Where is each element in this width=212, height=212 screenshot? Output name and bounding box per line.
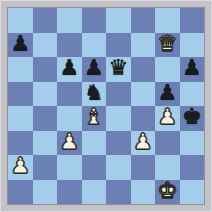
square-f4[interactable] bbox=[131, 106, 156, 131]
square-f6[interactable] bbox=[131, 57, 156, 82]
square-c8[interactable] bbox=[57, 8, 82, 33]
square-f3[interactable]: ♟ bbox=[131, 131, 156, 156]
square-e6[interactable]: ♛ bbox=[106, 57, 131, 82]
piece-black-pawn-a7[interactable]: ♟ bbox=[10, 33, 30, 55]
square-g2[interactable] bbox=[155, 155, 180, 180]
square-c6[interactable]: ♟ bbox=[57, 57, 82, 82]
square-b5[interactable] bbox=[33, 82, 58, 107]
piece-black-queen-e6[interactable]: ♛ bbox=[108, 57, 128, 79]
square-h7[interactable] bbox=[180, 33, 205, 58]
square-d4[interactable]: ♝ bbox=[82, 106, 107, 131]
square-f8[interactable] bbox=[131, 8, 156, 33]
square-h5[interactable] bbox=[180, 82, 205, 107]
piece-white-pawn-f3[interactable]: ♟ bbox=[133, 131, 153, 153]
square-d3[interactable] bbox=[82, 131, 107, 156]
piece-white-pawn-g4[interactable]: ♟ bbox=[157, 106, 177, 128]
square-f2[interactable] bbox=[131, 155, 156, 180]
square-f5[interactable] bbox=[131, 82, 156, 107]
square-g7[interactable]: ♛ bbox=[155, 33, 180, 58]
square-e1[interactable] bbox=[106, 180, 131, 205]
board-frame: ♟♛♟♟♛♟♞♟♝♟♚♟♟♟♚ bbox=[0, 0, 212, 212]
square-d2[interactable] bbox=[82, 155, 107, 180]
square-b7[interactable] bbox=[33, 33, 58, 58]
square-b1[interactable] bbox=[33, 180, 58, 205]
square-a2[interactable]: ♟ bbox=[8, 155, 33, 180]
square-c4[interactable] bbox=[57, 106, 82, 131]
square-h8[interactable] bbox=[180, 8, 205, 33]
square-e2[interactable] bbox=[106, 155, 131, 180]
square-g4[interactable]: ♟ bbox=[155, 106, 180, 131]
piece-black-pawn-h6[interactable]: ♟ bbox=[182, 57, 202, 79]
piece-white-pawn-a2[interactable]: ♟ bbox=[10, 155, 30, 177]
square-e4[interactable] bbox=[106, 106, 131, 131]
square-h6[interactable]: ♟ bbox=[180, 57, 205, 82]
square-h3[interactable] bbox=[180, 131, 205, 156]
square-g5[interactable]: ♟ bbox=[155, 82, 180, 107]
square-b3[interactable] bbox=[33, 131, 58, 156]
square-h2[interactable] bbox=[180, 155, 205, 180]
square-d7[interactable] bbox=[82, 33, 107, 58]
square-e5[interactable] bbox=[106, 82, 131, 107]
piece-white-pawn-c3[interactable]: ♟ bbox=[59, 131, 79, 153]
square-g3[interactable] bbox=[155, 131, 180, 156]
square-g6[interactable] bbox=[155, 57, 180, 82]
square-b6[interactable] bbox=[33, 57, 58, 82]
piece-white-queen-g7[interactable]: ♛ bbox=[157, 33, 177, 55]
square-g8[interactable] bbox=[155, 8, 180, 33]
square-c7[interactable] bbox=[57, 33, 82, 58]
square-d5[interactable]: ♞ bbox=[82, 82, 107, 107]
piece-black-pawn-c6[interactable]: ♟ bbox=[59, 57, 79, 79]
square-e8[interactable] bbox=[106, 8, 131, 33]
square-c5[interactable] bbox=[57, 82, 82, 107]
piece-white-bishop-d4[interactable]: ♝ bbox=[84, 106, 104, 128]
piece-white-king-g1[interactable]: ♚ bbox=[157, 180, 177, 202]
square-a1[interactable] bbox=[8, 180, 33, 205]
piece-black-pawn-g5[interactable]: ♟ bbox=[157, 82, 177, 104]
square-a6[interactable] bbox=[8, 57, 33, 82]
square-a8[interactable] bbox=[8, 8, 33, 33]
square-b2[interactable] bbox=[33, 155, 58, 180]
chess-board: ♟♛♟♟♛♟♞♟♝♟♚♟♟♟♚ bbox=[8, 8, 204, 204]
square-h4[interactable]: ♚ bbox=[180, 106, 205, 131]
square-d8[interactable] bbox=[82, 8, 107, 33]
piece-black-pawn-d6[interactable]: ♟ bbox=[84, 57, 104, 79]
piece-black-knight-d5[interactable]: ♞ bbox=[84, 82, 104, 104]
square-d1[interactable] bbox=[82, 180, 107, 205]
square-f1[interactable] bbox=[131, 180, 156, 205]
square-f7[interactable] bbox=[131, 33, 156, 58]
square-h1[interactable] bbox=[180, 180, 205, 205]
square-a4[interactable] bbox=[8, 106, 33, 131]
square-e3[interactable] bbox=[106, 131, 131, 156]
square-g1[interactable]: ♚ bbox=[155, 180, 180, 205]
square-b8[interactable] bbox=[33, 8, 58, 33]
square-c1[interactable] bbox=[57, 180, 82, 205]
square-d6[interactable]: ♟ bbox=[82, 57, 107, 82]
square-c2[interactable] bbox=[57, 155, 82, 180]
square-a5[interactable] bbox=[8, 82, 33, 107]
square-c3[interactable]: ♟ bbox=[57, 131, 82, 156]
square-b4[interactable] bbox=[33, 106, 58, 131]
piece-black-king-h4[interactable]: ♚ bbox=[182, 106, 202, 128]
square-a3[interactable] bbox=[8, 131, 33, 156]
square-a7[interactable]: ♟ bbox=[8, 33, 33, 58]
square-e7[interactable] bbox=[106, 33, 131, 58]
